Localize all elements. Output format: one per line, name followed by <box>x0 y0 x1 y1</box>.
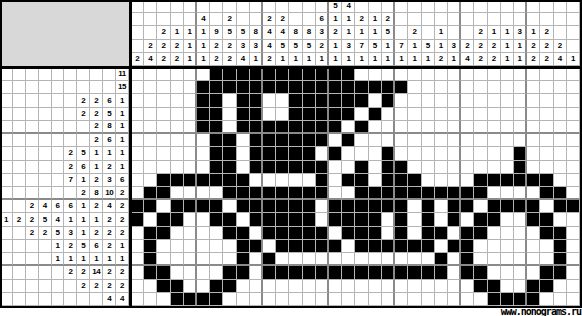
cell-r12-c4[interactable] <box>171 213 184 226</box>
cell-r1-c31[interactable] <box>527 68 540 81</box>
cell-r6-c19[interactable] <box>369 134 382 147</box>
col-clue-c10[interactable]: 1 <box>250 53 263 66</box>
row-clue-r9[interactable]: 3 <box>103 174 116 187</box>
cell-r7-c27[interactable] <box>474 147 487 160</box>
cell-r7-c34[interactable] <box>567 147 580 160</box>
row-clue-r12[interactable]: 5 <box>39 213 52 226</box>
cell-r4-c1[interactable] <box>131 108 144 121</box>
row-clue-r9[interactable]: 1 <box>77 174 90 187</box>
cell-r15-c4[interactable] <box>171 253 184 266</box>
cell-r7-c12[interactable] <box>276 147 289 160</box>
cell-r16-c23[interactable] <box>422 266 435 279</box>
cell-r13-c20[interactable] <box>382 227 395 240</box>
col-clue-c14[interactable]: 1 <box>303 53 316 66</box>
cell-r10-c2[interactable] <box>144 187 157 200</box>
cell-r9-c30[interactable] <box>514 174 527 187</box>
cell-r8-c5[interactable] <box>184 161 197 174</box>
cell-r9-c13[interactable] <box>289 174 302 187</box>
cell-r10-c20[interactable] <box>382 187 395 200</box>
cell-r4-c4[interactable] <box>171 108 184 121</box>
col-clue-c12[interactable]: 2 <box>276 13 289 26</box>
cell-r6-c12[interactable] <box>276 134 289 147</box>
cell-r12-c14[interactable] <box>303 213 316 226</box>
cell-r4-c13[interactable] <box>289 108 302 121</box>
cell-r16-c9[interactable] <box>237 266 250 279</box>
cell-r14-c21[interactable] <box>395 240 408 253</box>
col-clue-c15[interactable]: 6 <box>316 13 329 26</box>
row-clue-r7[interactable]: 1 <box>103 147 116 160</box>
cell-r16-c27[interactable] <box>474 266 487 279</box>
cell-r8-c15[interactable] <box>316 161 329 174</box>
cell-r8-c10[interactable] <box>250 161 263 174</box>
cell-r1-c17[interactable] <box>342 68 355 81</box>
cell-r12-c25[interactable] <box>448 213 461 226</box>
cell-r12-c16[interactable] <box>329 213 342 226</box>
cell-r3-c14[interactable] <box>303 94 316 107</box>
cell-r4-c34[interactable] <box>567 108 580 121</box>
cell-r5-c14[interactable] <box>303 121 316 134</box>
row-clue-r7[interactable]: 5 <box>77 147 90 160</box>
col-clue-c9[interactable]: 5 <box>237 26 250 39</box>
cell-r16-c28[interactable] <box>488 266 501 279</box>
row-clue-r6[interactable]: 2 <box>90 134 103 147</box>
cell-r10-c26[interactable] <box>461 187 474 200</box>
col-clue-c28[interactable]: 2 <box>488 53 501 66</box>
row-clue-r8[interactable]: 2 <box>64 161 77 174</box>
row-clue-r8[interactable]: 1 <box>90 161 103 174</box>
cell-r2-c9[interactable] <box>237 81 250 94</box>
cell-r18-c6[interactable] <box>197 293 210 306</box>
cell-r17-c13[interactable] <box>289 280 302 293</box>
cell-r14-c34[interactable] <box>567 240 580 253</box>
row-clue-r12[interactable]: 2 <box>103 213 116 226</box>
cell-r2-c18[interactable] <box>355 81 368 94</box>
cell-r7-c22[interactable] <box>408 147 421 160</box>
col-clue-c27[interactable]: 2 <box>474 53 487 66</box>
cell-r3-c10[interactable] <box>250 94 263 107</box>
cell-r17-c9[interactable] <box>237 280 250 293</box>
cell-r2-c20[interactable] <box>382 81 395 94</box>
cell-r16-c16[interactable] <box>329 266 342 279</box>
cell-r13-c1[interactable] <box>131 227 144 240</box>
cell-r11-c27[interactable] <box>474 200 487 213</box>
cell-r5-c3[interactable] <box>157 121 170 134</box>
cell-r11-c11[interactable] <box>263 200 276 213</box>
cell-r14-c32[interactable] <box>540 240 553 253</box>
cell-r16-c22[interactable] <box>408 266 421 279</box>
cell-r2-c33[interactable] <box>554 81 567 94</box>
row-clue-r8[interactable]: 6 <box>77 161 90 174</box>
col-clue-c8[interactable]: 5 <box>223 26 236 39</box>
cell-r11-c29[interactable] <box>501 200 514 213</box>
cell-r18-c2[interactable] <box>144 293 157 306</box>
cell-r4-c9[interactable] <box>237 108 250 121</box>
cell-r17-c8[interactable] <box>223 280 236 293</box>
cell-r14-c7[interactable] <box>210 240 223 253</box>
cell-r6-c5[interactable] <box>184 134 197 147</box>
col-clue-c17[interactable]: 1 <box>342 13 355 26</box>
cell-r7-c26[interactable] <box>461 147 474 160</box>
cell-r6-c25[interactable] <box>448 134 461 147</box>
cell-r11-c30[interactable] <box>514 200 527 213</box>
row-clue-r9[interactable]: 2 <box>90 174 103 187</box>
cell-r7-c21[interactable] <box>395 147 408 160</box>
cell-r14-c25[interactable] <box>448 240 461 253</box>
cell-r3-c2[interactable] <box>144 94 157 107</box>
cell-r12-c2[interactable] <box>144 213 157 226</box>
cell-r14-c5[interactable] <box>184 240 197 253</box>
col-clue-c20[interactable]: 1 <box>382 40 395 53</box>
cell-r12-c22[interactable] <box>408 213 421 226</box>
cell-r17-c1[interactable] <box>131 280 144 293</box>
cell-r1-c25[interactable] <box>448 68 461 81</box>
cell-r15-c32[interactable] <box>540 253 553 266</box>
row-clue-r10[interactable]: 8 <box>90 187 103 200</box>
cell-r3-c32[interactable] <box>540 94 553 107</box>
cell-r18-c24[interactable] <box>435 293 448 306</box>
row-clue-r4[interactable]: 1 <box>116 108 129 121</box>
cell-r17-c6[interactable] <box>197 280 210 293</box>
cell-r10-c27[interactable] <box>474 187 487 200</box>
col-clue-c25[interactable]: 1 <box>448 53 461 66</box>
cell-r12-c32[interactable] <box>540 213 553 226</box>
cell-r13-c10[interactable] <box>250 227 263 240</box>
cell-r6-c10[interactable] <box>250 134 263 147</box>
cell-r10-c33[interactable] <box>554 187 567 200</box>
row-clue-r3[interactable]: 2 <box>90 94 103 107</box>
row-clue-r3[interactable]: 1 <box>116 94 129 107</box>
col-clue-c15[interactable]: 2 <box>316 40 329 53</box>
col-clue-c24[interactable]: 1 <box>435 26 448 39</box>
cell-r6-c33[interactable] <box>554 134 567 147</box>
cell-r14-c14[interactable] <box>303 240 316 253</box>
cell-r16-c24[interactable] <box>435 266 448 279</box>
cell-r18-c14[interactable] <box>303 293 316 306</box>
cell-r6-c23[interactable] <box>422 134 435 147</box>
row-clue-r13[interactable]: 2 <box>103 227 116 240</box>
cell-r12-c29[interactable] <box>501 213 514 226</box>
cell-r8-c6[interactable] <box>197 161 210 174</box>
cell-r12-c7[interactable] <box>210 213 223 226</box>
row-clue-r11[interactable]: 6 <box>52 200 65 213</box>
cell-r14-c29[interactable] <box>501 240 514 253</box>
row-clue-r12[interactable]: 2 <box>116 213 129 226</box>
cell-r8-c29[interactable] <box>501 161 514 174</box>
cell-r5-c2[interactable] <box>144 121 157 134</box>
cell-r8-c30[interactable] <box>514 161 527 174</box>
cell-r3-c4[interactable] <box>171 94 184 107</box>
cell-r3-c8[interactable] <box>223 94 236 107</box>
row-clue-r14[interactable]: 1 <box>52 240 65 253</box>
row-clue-r2[interactable]: 15 <box>116 81 129 94</box>
cell-r13-c24[interactable] <box>435 227 448 240</box>
cell-r13-c22[interactable] <box>408 227 421 240</box>
cell-r3-c22[interactable] <box>408 94 421 107</box>
cell-r11-c6[interactable] <box>197 200 210 213</box>
col-clue-c30[interactable]: 1 <box>514 53 527 66</box>
cell-r4-c7[interactable] <box>210 108 223 121</box>
cell-r4-c25[interactable] <box>448 108 461 121</box>
cell-r9-c19[interactable] <box>369 174 382 187</box>
row-clue-r16[interactable]: 2 <box>103 266 116 279</box>
cell-r8-c27[interactable] <box>474 161 487 174</box>
col-clue-c5[interactable]: 1 <box>184 26 197 39</box>
cell-r3-c29[interactable] <box>501 94 514 107</box>
cell-r2-c22[interactable] <box>408 81 421 94</box>
cell-r1-c12[interactable] <box>276 68 289 81</box>
cell-r5-c34[interactable] <box>567 121 580 134</box>
cell-r14-c6[interactable] <box>197 240 210 253</box>
cell-r7-c6[interactable] <box>197 147 210 160</box>
row-clue-r6[interactable]: 1 <box>116 134 129 147</box>
cell-r9-c15[interactable] <box>316 174 329 187</box>
cell-r17-c32[interactable] <box>540 280 553 293</box>
cell-r15-c31[interactable] <box>527 253 540 266</box>
cell-r5-c12[interactable] <box>276 121 289 134</box>
row-clue-r6[interactable]: 6 <box>103 134 116 147</box>
cell-r18-c30[interactable] <box>514 293 527 306</box>
row-clue-r14[interactable]: 5 <box>77 240 90 253</box>
cell-r14-c16[interactable] <box>329 240 342 253</box>
cell-r5-c10[interactable] <box>250 121 263 134</box>
cell-r7-c3[interactable] <box>157 147 170 160</box>
col-clue-c34[interactable]: 1 <box>567 53 580 66</box>
cell-r14-c33[interactable] <box>554 240 567 253</box>
cell-r6-c26[interactable] <box>461 134 474 147</box>
cell-r1-c13[interactable] <box>289 68 302 81</box>
cell-r2-c27[interactable] <box>474 81 487 94</box>
cell-r8-c7[interactable] <box>210 161 223 174</box>
cell-r14-c19[interactable] <box>369 240 382 253</box>
cell-r15-c2[interactable] <box>144 253 157 266</box>
cell-r7-c30[interactable] <box>514 147 527 160</box>
col-clue-c12[interactable]: 5 <box>276 40 289 53</box>
cell-r18-c25[interactable] <box>448 293 461 306</box>
col-clue-c17[interactable]: 1 <box>342 53 355 66</box>
cell-r2-c23[interactable] <box>422 81 435 94</box>
col-clue-c31[interactable]: 2 <box>527 40 540 53</box>
cell-r8-c4[interactable] <box>171 161 184 174</box>
cell-r5-c27[interactable] <box>474 121 487 134</box>
cell-r3-c18[interactable] <box>355 94 368 107</box>
col-clue-c12[interactable]: 1 <box>276 53 289 66</box>
col-clue-c19[interactable]: 1 <box>369 26 382 39</box>
cell-r17-c14[interactable] <box>303 280 316 293</box>
cell-r14-c22[interactable] <box>408 240 421 253</box>
cell-r12-c24[interactable] <box>435 213 448 226</box>
cell-r18-c4[interactable] <box>171 293 184 306</box>
cell-r13-c3[interactable] <box>157 227 170 240</box>
cell-r6-c29[interactable] <box>501 134 514 147</box>
cell-r13-c27[interactable] <box>474 227 487 240</box>
cell-r11-c22[interactable] <box>408 200 421 213</box>
cell-r10-c3[interactable] <box>157 187 170 200</box>
cell-r16-c12[interactable] <box>276 266 289 279</box>
row-clue-r17[interactable]: 2 <box>103 280 116 293</box>
cell-r3-c19[interactable] <box>369 94 382 107</box>
row-clue-r16[interactable]: 2 <box>64 266 77 279</box>
col-clue-c26[interactable]: 2 <box>461 40 474 53</box>
cell-r5-c20[interactable] <box>382 121 395 134</box>
cell-r18-c18[interactable] <box>355 293 368 306</box>
cell-r7-c10[interactable] <box>250 147 263 160</box>
cell-r9-c11[interactable] <box>263 174 276 187</box>
cell-r1-c26[interactable] <box>461 68 474 81</box>
cell-r18-c8[interactable] <box>223 293 236 306</box>
cell-r10-c1[interactable] <box>131 187 144 200</box>
cell-r15-c20[interactable] <box>382 253 395 266</box>
cell-r2-c10[interactable] <box>250 81 263 94</box>
cell-r18-c11[interactable] <box>263 293 276 306</box>
col-clue-c16[interactable]: 2 <box>329 26 342 39</box>
cell-r4-c14[interactable] <box>303 108 316 121</box>
row-clue-r12[interactable]: 2 <box>26 213 39 226</box>
cell-r9-c18[interactable] <box>355 174 368 187</box>
cell-r5-c17[interactable] <box>342 121 355 134</box>
col-clue-c30[interactable]: 1 <box>514 40 527 53</box>
cell-r6-c2[interactable] <box>144 134 157 147</box>
cell-r11-c2[interactable] <box>144 200 157 213</box>
cell-r16-c1[interactable] <box>131 266 144 279</box>
col-clue-c28[interactable]: 2 <box>488 40 501 53</box>
cell-r8-c22[interactable] <box>408 161 421 174</box>
cell-r6-c15[interactable] <box>316 134 329 147</box>
cell-r16-c21[interactable] <box>395 266 408 279</box>
cell-r11-c1[interactable] <box>131 200 144 213</box>
col-clue-c22[interactable]: 1 <box>408 40 421 53</box>
cell-r3-c11[interactable] <box>263 94 276 107</box>
cell-r14-c28[interactable] <box>488 240 501 253</box>
col-clue-c11[interactable]: 4 <box>263 26 276 39</box>
cell-r9-c20[interactable] <box>382 174 395 187</box>
cell-r15-c34[interactable] <box>567 253 580 266</box>
cell-r18-c7[interactable] <box>210 293 223 306</box>
puzzle-grid[interactable] <box>131 68 580 306</box>
cell-r7-c14[interactable] <box>303 147 316 160</box>
cell-r14-c31[interactable] <box>527 240 540 253</box>
cell-r10-c10[interactable] <box>250 187 263 200</box>
col-clue-c1[interactable]: 2 <box>131 53 144 66</box>
cell-r1-c3[interactable] <box>157 68 170 81</box>
col-clue-c17[interactable]: 1 <box>342 26 355 39</box>
row-clue-r13[interactable]: 1 <box>77 227 90 240</box>
cell-r8-c31[interactable] <box>527 161 540 174</box>
cell-r11-c31[interactable] <box>527 200 540 213</box>
cell-r1-c7[interactable] <box>210 68 223 81</box>
cell-r2-c5[interactable] <box>184 81 197 94</box>
cell-r9-c12[interactable] <box>276 174 289 187</box>
row-clue-r13[interactable]: 3 <box>64 227 77 240</box>
col-clue-c7[interactable]: 2 <box>210 53 223 66</box>
cell-r7-c9[interactable] <box>237 147 250 160</box>
col-clue-c20[interactable]: 2 <box>382 13 395 26</box>
cell-r18-c19[interactable] <box>369 293 382 306</box>
col-clue-c17[interactable]: 3 <box>342 40 355 53</box>
cell-r18-c33[interactable] <box>554 293 567 306</box>
cell-r12-c30[interactable] <box>514 213 527 226</box>
col-clue-c20[interactable]: 5 <box>382 26 395 39</box>
col-clue-c19[interactable]: 1 <box>369 53 382 66</box>
cell-r5-c19[interactable] <box>369 121 382 134</box>
cell-r2-c14[interactable] <box>303 81 316 94</box>
cell-r16-c13[interactable] <box>289 266 302 279</box>
col-clue-c24[interactable]: 2 <box>435 53 448 66</box>
row-clue-r12[interactable]: 1 <box>90 213 103 226</box>
row-clue-r5[interactable]: 8 <box>103 121 116 134</box>
cell-r2-c26[interactable] <box>461 81 474 94</box>
row-clue-r11[interactable]: 2 <box>90 200 103 213</box>
col-clue-c5[interactable]: 1 <box>184 40 197 53</box>
cell-r13-c30[interactable] <box>514 227 527 240</box>
cell-r7-c23[interactable] <box>422 147 435 160</box>
col-clue-c13[interactable]: 5 <box>289 40 302 53</box>
cell-r14-c15[interactable] <box>316 240 329 253</box>
cell-r3-c33[interactable] <box>554 94 567 107</box>
cell-r11-c3[interactable] <box>157 200 170 213</box>
cell-r15-c27[interactable] <box>474 253 487 266</box>
row-clue-r9[interactable]: 6 <box>116 174 129 187</box>
cell-r13-c19[interactable] <box>369 227 382 240</box>
cell-r17-c25[interactable] <box>448 280 461 293</box>
cell-r18-c23[interactable] <box>422 293 435 306</box>
cell-r11-c13[interactable] <box>289 200 302 213</box>
cell-r17-c28[interactable] <box>488 280 501 293</box>
cell-r4-c33[interactable] <box>554 108 567 121</box>
row-clue-r16[interactable]: 2 <box>77 266 90 279</box>
cell-r12-c12[interactable] <box>276 213 289 226</box>
cell-r13-c5[interactable] <box>184 227 197 240</box>
cell-r15-c15[interactable] <box>316 253 329 266</box>
cell-r18-c26[interactable] <box>461 293 474 306</box>
cell-r3-c9[interactable] <box>237 94 250 107</box>
col-clue-c16[interactable]: 1 <box>329 13 342 26</box>
cell-r7-c2[interactable] <box>144 147 157 160</box>
cell-r10-c15[interactable] <box>316 187 329 200</box>
cell-r7-c19[interactable] <box>369 147 382 160</box>
cell-r1-c10[interactable] <box>250 68 263 81</box>
cell-r17-c16[interactable] <box>329 280 342 293</box>
cell-r9-c32[interactable] <box>540 174 553 187</box>
cell-r6-c32[interactable] <box>540 134 553 147</box>
cell-r14-c3[interactable] <box>157 240 170 253</box>
col-clue-c11[interactable]: 2 <box>263 13 276 26</box>
cell-r7-c16[interactable] <box>329 147 342 160</box>
cell-r10-c29[interactable] <box>501 187 514 200</box>
cell-r15-c23[interactable] <box>422 253 435 266</box>
row-clue-r13[interactable]: 5 <box>52 227 65 240</box>
cell-r1-c33[interactable] <box>554 68 567 81</box>
row-clue-r17[interactable]: 2 <box>77 280 90 293</box>
cell-r12-c8[interactable] <box>223 213 236 226</box>
cell-r9-c17[interactable] <box>342 174 355 187</box>
cell-r4-c8[interactable] <box>223 108 236 121</box>
cell-r2-c12[interactable] <box>276 81 289 94</box>
cell-r18-c17[interactable] <box>342 293 355 306</box>
cell-r16-c10[interactable] <box>250 266 263 279</box>
cell-r17-c26[interactable] <box>461 280 474 293</box>
cell-r18-c9[interactable] <box>237 293 250 306</box>
cell-r15-c25[interactable] <box>448 253 461 266</box>
row-clue-r11[interactable]: 1 <box>77 200 90 213</box>
cell-r7-c8[interactable] <box>223 147 236 160</box>
cell-r11-c12[interactable] <box>276 200 289 213</box>
cell-r8-c24[interactable] <box>435 161 448 174</box>
cell-r9-c4[interactable] <box>171 174 184 187</box>
cell-r6-c14[interactable] <box>303 134 316 147</box>
cell-r4-c17[interactable] <box>342 108 355 121</box>
cell-r17-c10[interactable] <box>250 280 263 293</box>
col-clue-c19[interactable]: 1 <box>369 13 382 26</box>
